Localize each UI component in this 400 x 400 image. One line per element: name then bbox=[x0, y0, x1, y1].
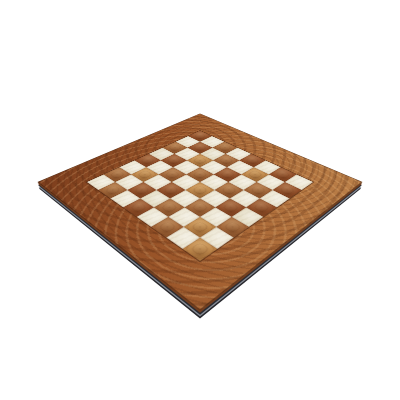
product-photo-scene bbox=[0, 0, 400, 400]
playing-field bbox=[85, 130, 314, 262]
chess-board bbox=[37, 113, 362, 310]
